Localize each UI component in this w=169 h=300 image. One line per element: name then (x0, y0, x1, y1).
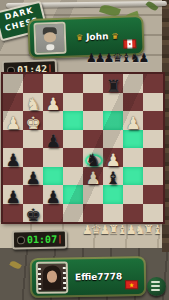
film-strip-decoration (38, 266, 41, 290)
square[interactable] (3, 167, 23, 186)
square[interactable] (23, 185, 43, 204)
square[interactable] (83, 130, 103, 149)
black-king-piece: ♚ (23, 207, 43, 224)
game-screen: DARK CHESS ♛John♛ 01:42 ♟♟♟♛♝♞♟ ♜♞♟♟♚♟♟♟… (0, 0, 169, 300)
square[interactable] (143, 148, 163, 167)
square[interactable]: ♟ (23, 167, 43, 186)
square[interactable] (63, 167, 83, 186)
square[interactable] (143, 130, 163, 149)
canada-flag-icon (123, 39, 136, 48)
square[interactable]: ♟ (3, 185, 23, 204)
square[interactable] (83, 74, 103, 93)
square[interactable] (3, 130, 23, 149)
square[interactable]: ♟ (83, 167, 103, 186)
square[interactable] (103, 130, 123, 149)
square[interactable]: ♟ (103, 148, 123, 167)
player-clock: 01:07 (12, 230, 67, 250)
square[interactable] (143, 111, 163, 130)
chess-board[interactable]: ♜♞♟♟♚♟♟♟♞♟♟♟♝♟♟♚ (3, 74, 163, 222)
square[interactable] (63, 185, 83, 204)
square[interactable] (63, 204, 83, 223)
square[interactable] (143, 167, 163, 186)
square[interactable] (103, 185, 123, 204)
clock-dial-icon (17, 236, 25, 244)
square[interactable] (3, 93, 23, 112)
square[interactable] (43, 74, 63, 93)
captured-piece: ♟ (139, 52, 150, 64)
square[interactable] (123, 167, 143, 186)
opponent-name: John (86, 31, 109, 42)
square[interactable] (83, 111, 103, 130)
square[interactable]: ♞ (23, 93, 43, 112)
square[interactable] (123, 185, 143, 204)
square[interactable] (63, 93, 83, 112)
hamburger-icon (151, 281, 160, 283)
square[interactable] (83, 204, 103, 223)
square[interactable]: ♟ (43, 185, 63, 204)
crown-icon: ♛ (76, 33, 83, 42)
hamburger-icon (151, 289, 160, 291)
square[interactable] (123, 93, 143, 112)
square[interactable]: ♟ (3, 148, 23, 167)
square[interactable] (83, 93, 103, 112)
opponent-name-row: ♛John♛ (73, 31, 122, 43)
square[interactable] (123, 130, 143, 149)
square[interactable]: ♟ (123, 111, 143, 130)
player-clock-time: 01:07 (27, 234, 57, 246)
square[interactable] (123, 204, 143, 223)
square[interactable] (3, 74, 23, 93)
player-banner[interactable]: Effie7778 ★ (30, 256, 147, 298)
square[interactable] (43, 111, 63, 130)
square[interactable]: ♞ (83, 148, 103, 167)
square[interactable] (103, 204, 123, 223)
crown-icon: ♛ (111, 32, 118, 41)
square[interactable]: ♟ (43, 130, 63, 149)
player-name: Effie7778 (75, 271, 123, 282)
square[interactable] (143, 204, 163, 223)
captured-piece: ♝ (152, 224, 163, 236)
square[interactable]: ♚ (23, 204, 43, 223)
square[interactable] (123, 148, 143, 167)
menu-button[interactable] (147, 277, 166, 296)
square[interactable] (103, 93, 123, 112)
opponent-avatar (33, 22, 66, 55)
square[interactable]: ♟ (3, 111, 23, 130)
vietnam-flag-icon: ★ (125, 280, 138, 289)
square[interactable] (63, 111, 83, 130)
captured-white-pieces-tray: ♟♛♟♜♝♟♞♜♝ (84, 224, 163, 236)
square[interactable] (143, 74, 163, 93)
film-strip-decoration (63, 265, 66, 289)
square[interactable] (143, 185, 163, 204)
square[interactable] (143, 93, 163, 112)
dirt-strip-right (162, 0, 169, 252)
clock-tick-icon (59, 235, 61, 244)
square[interactable] (23, 130, 43, 149)
square[interactable]: ♜ (103, 74, 123, 93)
captured-black-pieces-tray: ♟♟♟♛♝♞♟ (88, 52, 149, 64)
square[interactable]: ♚ (23, 111, 43, 130)
square[interactable] (3, 204, 23, 223)
clock-tick-icon (49, 64, 51, 73)
square[interactable] (123, 74, 143, 93)
square[interactable] (63, 130, 83, 149)
selected-square-ring (85, 154, 103, 167)
square[interactable] (83, 185, 103, 204)
square[interactable] (23, 74, 43, 93)
square[interactable] (63, 148, 83, 167)
square[interactable] (63, 74, 83, 93)
square[interactable] (43, 148, 63, 167)
square[interactable]: ♝ (103, 167, 123, 186)
square[interactable] (43, 167, 63, 186)
square[interactable] (23, 148, 43, 167)
square[interactable] (43, 204, 63, 223)
square[interactable] (103, 111, 123, 130)
hamburger-icon (151, 285, 160, 287)
square[interactable]: ♟ (43, 93, 63, 112)
player-avatar (36, 261, 69, 294)
